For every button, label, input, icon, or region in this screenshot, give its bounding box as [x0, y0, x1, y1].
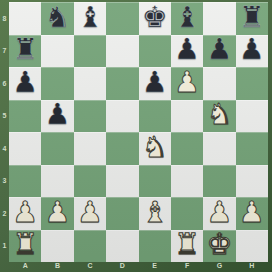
square-g8[interactable] [203, 2, 235, 35]
square-f6[interactable]: ♟ [171, 67, 203, 100]
black-bishop-f8[interactable]: ♝ [174, 3, 200, 32]
white-knight-e4[interactable]: ♞ [142, 133, 168, 162]
square-g6[interactable] [203, 67, 235, 100]
square-a5[interactable] [9, 100, 41, 133]
black-pawn-h7[interactable]: ♟ [239, 35, 265, 64]
square-d5[interactable] [106, 100, 138, 133]
square-b5[interactable]: ♟ [41, 100, 73, 133]
square-b6[interactable] [41, 67, 73, 100]
black-knight-b8[interactable]: ♞ [45, 3, 71, 32]
square-h4[interactable] [236, 132, 268, 165]
square-e7[interactable] [139, 35, 171, 68]
square-c3[interactable] [74, 165, 106, 198]
chess-board: ♞♝♚♝♜♜♟♟♟♟♟♟♟♞♞♟♟♟♝♟♟♜♜♚ [9, 2, 268, 262]
rank-label-7: 7 [0, 35, 9, 68]
black-rook-a7[interactable]: ♜ [12, 35, 38, 64]
square-d8[interactable] [106, 2, 138, 35]
rank-label-3: 3 [0, 165, 9, 198]
square-g5[interactable]: ♞ [203, 100, 235, 133]
square-h5[interactable] [236, 100, 268, 133]
square-d4[interactable] [106, 132, 138, 165]
square-h2[interactable]: ♟ [236, 197, 268, 230]
black-pawn-g7[interactable]: ♟ [206, 35, 232, 64]
white-pawn-f6[interactable]: ♟ [174, 68, 200, 97]
square-e2[interactable]: ♝ [139, 197, 171, 230]
square-g3[interactable] [203, 165, 235, 198]
square-a7[interactable]: ♜ [9, 35, 41, 68]
file-label-e: E [139, 261, 171, 271]
square-c7[interactable] [74, 35, 106, 68]
black-bishop-c8[interactable]: ♝ [77, 3, 103, 32]
rank-label-5: 5 [0, 100, 9, 133]
square-b8[interactable]: ♞ [41, 2, 73, 35]
square-d2[interactable] [106, 197, 138, 230]
square-c8[interactable]: ♝ [74, 2, 106, 35]
square-d1[interactable] [106, 230, 138, 263]
square-g4[interactable] [203, 132, 235, 165]
square-c2[interactable]: ♟ [74, 197, 106, 230]
square-h7[interactable]: ♟ [236, 35, 268, 68]
square-h6[interactable] [236, 67, 268, 100]
file-labels: ABCDEFGH [9, 261, 268, 271]
square-d3[interactable] [106, 165, 138, 198]
square-f8[interactable]: ♝ [171, 2, 203, 35]
file-label-h: H [236, 261, 268, 271]
white-pawn-c2[interactable]: ♟ [77, 198, 103, 227]
square-b4[interactable] [41, 132, 73, 165]
white-pawn-g2[interactable]: ♟ [206, 198, 232, 227]
square-b7[interactable] [41, 35, 73, 68]
square-e5[interactable] [139, 100, 171, 133]
square-a1[interactable]: ♜ [9, 230, 41, 263]
file-label-c: C [74, 261, 106, 271]
white-pawn-h2[interactable]: ♟ [239, 198, 265, 227]
rank-labels: 87654321 [0, 2, 9, 262]
file-label-b: B [41, 261, 73, 271]
square-c5[interactable] [74, 100, 106, 133]
black-pawn-a6[interactable]: ♟ [12, 68, 38, 97]
file-label-a: A [9, 261, 41, 271]
square-a3[interactable] [9, 165, 41, 198]
square-c1[interactable] [74, 230, 106, 263]
square-f5[interactable] [171, 100, 203, 133]
square-f3[interactable] [171, 165, 203, 198]
white-knight-g5[interactable]: ♞ [206, 100, 232, 129]
black-pawn-f7[interactable]: ♟ [174, 35, 200, 64]
square-e6[interactable]: ♟ [139, 67, 171, 100]
white-pawn-b2[interactable]: ♟ [45, 198, 71, 227]
rank-label-2: 2 [0, 197, 9, 230]
square-e1[interactable] [139, 230, 171, 263]
black-rook-h8[interactable]: ♜ [239, 3, 265, 32]
white-rook-f1[interactable]: ♜ [174, 230, 200, 259]
square-e3[interactable] [139, 165, 171, 198]
square-h8[interactable]: ♜ [236, 2, 268, 35]
square-f1[interactable]: ♜ [171, 230, 203, 263]
square-f7[interactable]: ♟ [171, 35, 203, 68]
square-a8[interactable] [9, 2, 41, 35]
white-bishop-e2[interactable]: ♝ [142, 198, 168, 227]
square-f2[interactable] [171, 197, 203, 230]
white-rook-a1[interactable]: ♜ [12, 230, 38, 259]
square-g7[interactable]: ♟ [203, 35, 235, 68]
square-a4[interactable] [9, 132, 41, 165]
black-pawn-b5[interactable]: ♟ [45, 100, 71, 129]
square-h3[interactable] [236, 165, 268, 198]
file-label-f: F [171, 261, 203, 271]
black-pawn-e6[interactable]: ♟ [142, 68, 168, 97]
square-b1[interactable] [41, 230, 73, 263]
square-g2[interactable]: ♟ [203, 197, 235, 230]
square-d6[interactable] [106, 67, 138, 100]
square-b2[interactable]: ♟ [41, 197, 73, 230]
square-c4[interactable] [74, 132, 106, 165]
rank-label-1: 1 [0, 230, 9, 263]
square-a2[interactable]: ♟ [9, 197, 41, 230]
rank-label-8: 8 [0, 2, 9, 35]
chess-board-frame: 87654321 ♞♝♚♝♜♜♟♟♟♟♟♟♟♞♞♟♟♟♝♟♟♜♜♚ ABCDEF… [0, 0, 272, 272]
square-e8[interactable]: ♚ [139, 2, 171, 35]
rank-label-4: 4 [0, 132, 9, 165]
white-king-g1[interactable]: ♚ [206, 230, 232, 259]
square-d7[interactable] [106, 35, 138, 68]
square-f4[interactable] [171, 132, 203, 165]
black-king-e8[interactable]: ♚ [142, 3, 168, 32]
file-label-d: D [106, 261, 138, 271]
square-h1[interactable] [236, 230, 268, 263]
square-c6[interactable] [74, 67, 106, 100]
white-pawn-a2[interactable]: ♟ [12, 198, 38, 227]
file-label-g: G [203, 261, 235, 271]
rank-label-6: 6 [0, 67, 9, 100]
square-b3[interactable] [41, 165, 73, 198]
square-a6[interactable]: ♟ [9, 67, 41, 100]
square-e4[interactable]: ♞ [139, 132, 171, 165]
square-g1[interactable]: ♚ [203, 230, 235, 263]
